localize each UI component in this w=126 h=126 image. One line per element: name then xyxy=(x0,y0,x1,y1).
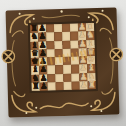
white-p-piece: ♟ xyxy=(78,31,86,40)
board-square-r6c0[interactable]: ♞ xyxy=(31,74,39,82)
black-n-piece: ♞ xyxy=(31,73,39,82)
board-square-r4c7[interactable]: ♚ xyxy=(87,56,95,64)
board-square-r2c7[interactable]: ♝ xyxy=(86,40,94,48)
white-p-piece: ♟ xyxy=(79,39,87,48)
white-p-piece: ♟ xyxy=(80,80,88,89)
board-square-r2c2[interactable] xyxy=(46,41,54,49)
rosette-medallion-left xyxy=(2,50,15,63)
black-p-piece: ♟ xyxy=(40,81,48,90)
board-square-r7c4[interactable] xyxy=(64,82,72,90)
board-square-r2c4[interactable] xyxy=(62,40,70,48)
board-square-r4c2[interactable] xyxy=(47,57,55,65)
black-b-piece: ♝ xyxy=(31,65,39,74)
black-p-piece: ♟ xyxy=(39,73,47,82)
board-square-r5c6[interactable]: ♟ xyxy=(79,65,87,73)
board-square-r2c3[interactable] xyxy=(54,40,62,48)
board-square-r5c1[interactable]: ♟ xyxy=(39,66,47,74)
board-square-r3c5[interactable] xyxy=(71,48,79,56)
board-grid: ♜♟♟♜♞♟♟♞♝♟♟♝♛♟♟♛♚♟♟♚♝♟♟♝♞♟♟♞♜♟♟♜ xyxy=(30,23,96,91)
white-n-piece: ♞ xyxy=(87,72,95,81)
board-square-r7c2[interactable] xyxy=(48,82,56,90)
black-p-piece: ♟ xyxy=(39,57,47,66)
white-p-piece: ♟ xyxy=(79,72,87,81)
board-square-r3c2[interactable] xyxy=(47,49,55,57)
board-square-r1c1[interactable]: ♟ xyxy=(38,33,46,41)
black-r-piece: ♜ xyxy=(30,24,38,33)
board-square-r1c0[interactable]: ♞ xyxy=(30,33,38,41)
board-square-r6c5[interactable] xyxy=(71,73,79,81)
board-square-r7c5[interactable] xyxy=(72,81,80,89)
board-square-r2c0[interactable]: ♝ xyxy=(30,41,38,49)
board-square-r6c7[interactable]: ♞ xyxy=(87,73,95,81)
board-square-r1c6[interactable]: ♟ xyxy=(78,32,86,40)
board-square-r0c4[interactable] xyxy=(62,24,70,32)
board-square-r1c7[interactable]: ♞ xyxy=(86,31,94,39)
playing-area: ♜♟♟♜♞♟♟♞♝♟♟♝♛♟♟♛♚♟♟♚♝♟♟♝♞♟♟♞♜♟♟♜ xyxy=(28,21,98,93)
board-square-r3c6[interactable]: ♟ xyxy=(79,48,87,56)
board-square-r5c0[interactable]: ♝ xyxy=(31,66,39,74)
board-square-r5c7[interactable]: ♝ xyxy=(87,64,95,72)
board-square-r3c3[interactable] xyxy=(55,49,63,57)
board-square-r0c3[interactable] xyxy=(54,24,62,32)
board-square-r5c2[interactable] xyxy=(47,65,55,73)
white-r-piece: ♜ xyxy=(88,80,96,89)
board-square-r2c5[interactable] xyxy=(70,40,78,48)
board-square-r7c3[interactable] xyxy=(56,82,64,90)
board-square-r0c2[interactable] xyxy=(46,24,54,32)
white-r-piece: ♜ xyxy=(86,22,94,31)
white-b-piece: ♝ xyxy=(87,63,95,72)
board-square-r7c7[interactable]: ♜ xyxy=(88,81,96,89)
board-square-r4c5[interactable] xyxy=(71,57,79,65)
rosette-medallion-right xyxy=(110,48,123,61)
board-square-r0c5[interactable] xyxy=(70,24,78,32)
board-square-r0c7[interactable]: ♜ xyxy=(86,23,94,31)
board-square-r3c7[interactable]: ♛ xyxy=(87,48,95,56)
black-k-piece: ♚ xyxy=(31,57,39,66)
board-square-r4c0[interactable]: ♚ xyxy=(31,58,39,66)
board-square-r1c4[interactable] xyxy=(62,32,70,40)
black-n-piece: ♞ xyxy=(30,32,38,41)
white-n-piece: ♞ xyxy=(86,30,94,39)
board-square-r6c4[interactable] xyxy=(63,73,71,81)
black-q-piece: ♛ xyxy=(31,49,39,58)
board-square-r5c3[interactable] xyxy=(55,65,63,73)
white-p-piece: ♟ xyxy=(79,55,87,64)
board-square-r4c1[interactable]: ♟ xyxy=(39,57,47,65)
black-p-piece: ♟ xyxy=(39,40,47,49)
board-square-r3c0[interactable]: ♛ xyxy=(31,49,39,57)
board-square-r2c6[interactable]: ♟ xyxy=(78,40,86,48)
board-square-r3c4[interactable] xyxy=(63,49,71,57)
white-p-piece: ♟ xyxy=(78,22,86,31)
photo-background: ♜♟♟♜♞♟♟♞♝♟♟♝♛♟♟♛♚♟♟♚♝♟♟♝♞♟♟♞♜♟♟♜ xyxy=(0,0,126,126)
board-square-r0c1[interactable]: ♟ xyxy=(38,24,46,32)
white-k-piece: ♚ xyxy=(87,55,95,64)
board-square-r7c1[interactable]: ♟ xyxy=(40,82,48,90)
board-square-r7c0[interactable]: ♜ xyxy=(32,82,40,90)
white-p-piece: ♟ xyxy=(79,64,87,73)
board-square-r4c3[interactable] xyxy=(55,57,63,65)
board-square-r0c0[interactable]: ♜ xyxy=(30,25,38,33)
black-p-piece: ♟ xyxy=(39,48,47,57)
board-square-r2c1[interactable]: ♟ xyxy=(38,41,46,49)
board-square-r4c6[interactable]: ♟ xyxy=(79,56,87,64)
board-square-r5c5[interactable] xyxy=(71,65,79,73)
board-square-r6c3[interactable] xyxy=(55,73,63,81)
board-square-r3c1[interactable]: ♟ xyxy=(39,49,47,57)
board-square-r6c1[interactable]: ♟ xyxy=(39,74,47,82)
board-square-r6c2[interactable] xyxy=(47,74,55,82)
board-square-r4c4[interactable] xyxy=(63,57,71,65)
black-p-piece: ♟ xyxy=(38,32,46,41)
board-square-r0c6[interactable]: ♟ xyxy=(78,23,86,31)
board-square-r5c4[interactable] xyxy=(63,65,71,73)
white-p-piece: ♟ xyxy=(79,47,87,56)
black-r-piece: ♜ xyxy=(32,82,40,91)
black-p-piece: ♟ xyxy=(39,65,47,74)
board-square-r7c6[interactable]: ♟ xyxy=(80,81,88,89)
board-square-r1c3[interactable] xyxy=(54,32,62,40)
white-b-piece: ♝ xyxy=(87,39,95,48)
board-square-r6c6[interactable]: ♟ xyxy=(79,73,87,81)
black-b-piece: ♝ xyxy=(31,40,39,49)
board-square-r1c2[interactable] xyxy=(46,32,54,40)
board-square-r1c5[interactable] xyxy=(70,32,78,40)
chess-board: ♜♟♟♜♞♟♟♞♝♟♟♝♛♟♟♛♚♟♟♚♝♟♟♝♞♟♟♞♜♟♟♜ xyxy=(6,7,120,117)
white-q-piece: ♛ xyxy=(87,47,95,56)
black-p-piece: ♟ xyxy=(38,24,46,33)
